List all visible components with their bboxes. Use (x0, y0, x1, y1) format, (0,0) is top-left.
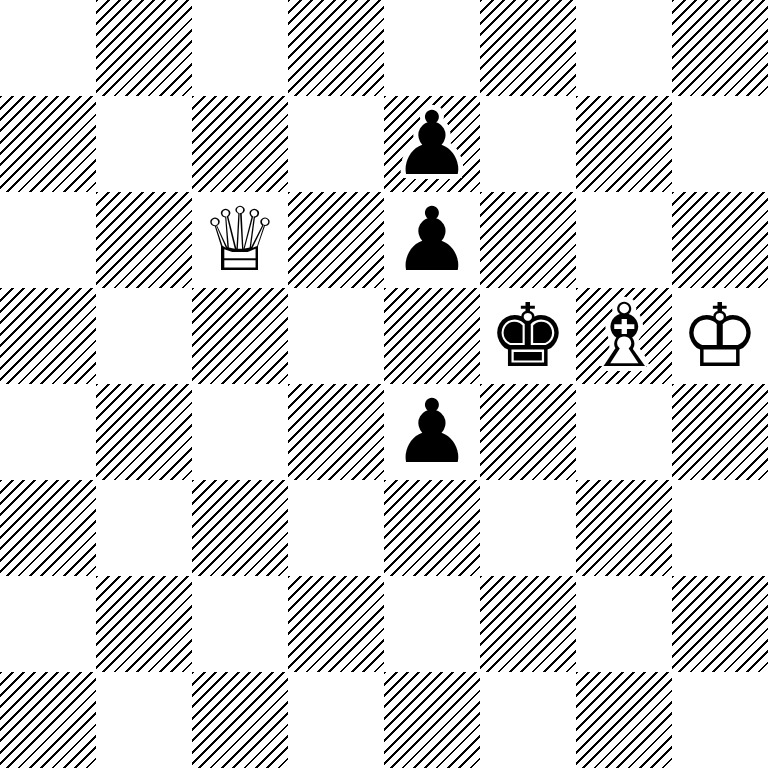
square-a3[interactable] (0, 480, 96, 576)
square-e4[interactable]: ♟♟ (384, 384, 480, 480)
square-h1[interactable] (672, 672, 768, 768)
square-d8[interactable] (288, 0, 384, 96)
square-c5[interactable] (192, 288, 288, 384)
square-a1[interactable] (0, 672, 96, 768)
square-c2[interactable] (192, 576, 288, 672)
square-d6[interactable] (288, 192, 384, 288)
square-d4[interactable] (288, 384, 384, 480)
square-h6[interactable] (672, 192, 768, 288)
square-d1[interactable] (288, 672, 384, 768)
square-d5[interactable] (288, 288, 384, 384)
square-f8[interactable] (480, 0, 576, 96)
square-g1[interactable] (576, 672, 672, 768)
square-g3[interactable] (576, 480, 672, 576)
white-queen-icon: ♕ (192, 192, 288, 288)
square-b5[interactable] (96, 288, 192, 384)
piece-white-queen-c6[interactable]: ♛♕ (192, 192, 288, 288)
square-g7[interactable] (576, 96, 672, 192)
square-f2[interactable] (480, 576, 576, 672)
square-a2[interactable] (0, 576, 96, 672)
square-e2[interactable] (384, 576, 480, 672)
piece-black-pawn-e4[interactable]: ♟♟ (384, 384, 480, 480)
square-c8[interactable] (192, 0, 288, 96)
square-c3[interactable] (192, 480, 288, 576)
square-e5[interactable] (384, 288, 480, 384)
square-b6[interactable] (96, 192, 192, 288)
square-c1[interactable] (192, 672, 288, 768)
square-h5[interactable]: ♚♔ (672, 288, 768, 384)
square-h8[interactable] (672, 0, 768, 96)
square-a7[interactable] (0, 96, 96, 192)
piece-white-bishop-g5[interactable]: ♝♗ (576, 288, 672, 384)
square-f4[interactable] (480, 384, 576, 480)
square-g6[interactable] (576, 192, 672, 288)
square-a8[interactable] (0, 0, 96, 96)
square-f3[interactable] (480, 480, 576, 576)
piece-black-king-f5[interactable]: ♚♚ (480, 288, 576, 384)
square-g2[interactable] (576, 576, 672, 672)
square-b1[interactable] (96, 672, 192, 768)
square-g4[interactable] (576, 384, 672, 480)
square-d7[interactable] (288, 96, 384, 192)
square-e8[interactable] (384, 0, 480, 96)
square-e7[interactable]: ♟♟ (384, 96, 480, 192)
square-g8[interactable] (576, 0, 672, 96)
square-c6[interactable]: ♛♕ (192, 192, 288, 288)
black-pawn-icon: ♟ (384, 192, 480, 288)
square-b4[interactable] (96, 384, 192, 480)
square-f6[interactable] (480, 192, 576, 288)
white-bishop-icon: ♗ (576, 288, 672, 384)
white-king-icon: ♔ (672, 288, 768, 384)
square-e6[interactable]: ♟♟ (384, 192, 480, 288)
square-b2[interactable] (96, 576, 192, 672)
square-a4[interactable] (0, 384, 96, 480)
piece-white-king-h5[interactable]: ♚♔ (672, 288, 768, 384)
square-h3[interactable] (672, 480, 768, 576)
square-f5[interactable]: ♚♚ (480, 288, 576, 384)
square-e1[interactable] (384, 672, 480, 768)
black-pawn-icon: ♟ (384, 96, 480, 192)
square-h2[interactable] (672, 576, 768, 672)
black-pawn-icon: ♟ (384, 384, 480, 480)
square-c4[interactable] (192, 384, 288, 480)
square-e3[interactable] (384, 480, 480, 576)
square-h7[interactable] (672, 96, 768, 192)
square-b8[interactable] (96, 0, 192, 96)
piece-black-pawn-e6[interactable]: ♟♟ (384, 192, 480, 288)
square-b7[interactable] (96, 96, 192, 192)
square-a6[interactable] (0, 192, 96, 288)
square-g5[interactable]: ♝♗ (576, 288, 672, 384)
square-f1[interactable] (480, 672, 576, 768)
black-king-icon: ♚ (480, 288, 576, 384)
square-a5[interactable] (0, 288, 96, 384)
chess-board: ♟♟♛♕♟♟♚♚♝♗♚♔♟♟ (0, 0, 768, 768)
square-b3[interactable] (96, 480, 192, 576)
square-f7[interactable] (480, 96, 576, 192)
square-h4[interactable] (672, 384, 768, 480)
piece-black-pawn-e7[interactable]: ♟♟ (384, 96, 480, 192)
square-d2[interactable] (288, 576, 384, 672)
square-c7[interactable] (192, 96, 288, 192)
square-d3[interactable] (288, 480, 384, 576)
